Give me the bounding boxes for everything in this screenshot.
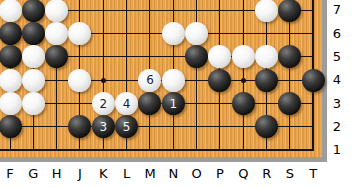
row-label-3: 3	[326, 96, 348, 112]
column-label-f: F	[0, 164, 20, 184]
grid-line-vertical-Q	[243, 0, 244, 151]
move-number-label: 1	[170, 98, 178, 110]
go-board-screen: FGHJKLMNOPQRST7654321 135624	[0, 0, 356, 188]
column-label-t: T	[303, 164, 323, 184]
column-label-j: J	[70, 164, 90, 184]
white-stone-g4[interactable]	[22, 69, 45, 92]
row-label-1: 1	[326, 142, 348, 158]
black-stone-t4[interactable]	[302, 69, 325, 92]
move-number-label: 2	[100, 98, 108, 110]
column-label-q: Q	[233, 164, 253, 184]
grid-line-horizontal-1	[0, 149, 314, 151]
row-label-4: 4	[326, 72, 348, 88]
row-label-5: 5	[326, 49, 348, 65]
white-stone-n6[interactable]	[162, 22, 185, 45]
black-stone-g6[interactable]	[22, 22, 45, 45]
black-stone-r4[interactable]	[255, 69, 278, 92]
white-stone-f7[interactable]	[0, 0, 22, 22]
column-label-h: H	[47, 164, 67, 184]
column-label-k: K	[93, 164, 113, 184]
star-point-q4	[241, 78, 246, 83]
grid-line-vertical-S	[289, 0, 290, 151]
column-label-p: P	[210, 164, 230, 184]
move-number-label: 3	[100, 121, 108, 133]
star-point-k4	[101, 78, 106, 83]
row-label-6: 6	[326, 26, 348, 42]
white-stone-f4[interactable]	[0, 69, 22, 92]
column-label-s: S	[280, 164, 300, 184]
row-label-7: 7	[326, 2, 348, 18]
black-stone-g7[interactable]	[22, 0, 45, 22]
column-label-l: L	[117, 164, 137, 184]
black-stone-q3[interactable]	[232, 92, 255, 115]
row-label-2: 2	[326, 119, 348, 135]
move-number-label: 4	[123, 98, 131, 110]
move-number-label: 5	[123, 121, 131, 133]
column-label-o: O	[187, 164, 207, 184]
white-stone-f3[interactable]	[0, 92, 22, 115]
white-stone-k3[interactable]: 2	[92, 92, 115, 115]
black-stone-n3[interactable]: 1	[162, 92, 185, 115]
black-stone-f6[interactable]	[0, 22, 22, 45]
white-stone-n4[interactable]	[162, 69, 185, 92]
white-stone-g3[interactable]	[22, 92, 45, 115]
column-label-m: M	[140, 164, 160, 184]
column-label-g: G	[23, 164, 43, 184]
move-number-label: 6	[146, 74, 154, 86]
column-label-r: R	[257, 164, 277, 184]
column-label-n: N	[163, 164, 183, 184]
